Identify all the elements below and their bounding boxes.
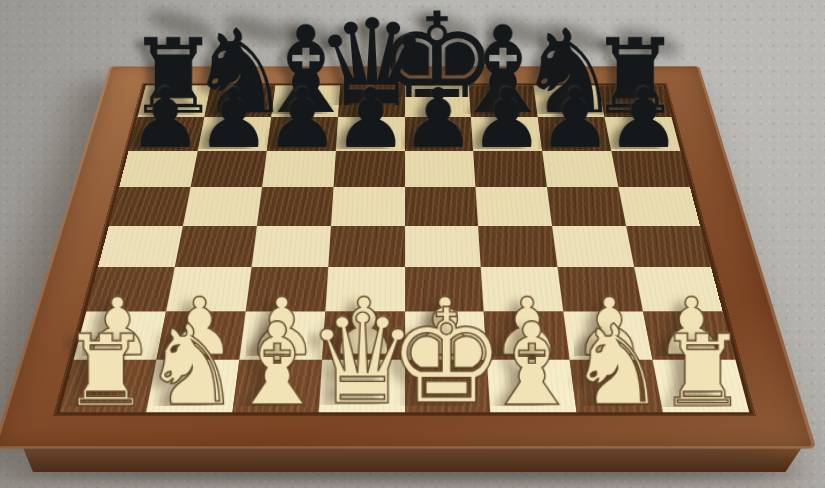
square-e7[interactable]: ♟ xyxy=(405,117,474,151)
square-g6[interactable] xyxy=(542,151,618,187)
square-a5[interactable] xyxy=(109,187,191,226)
chess-board: ♜♞♝♛♚♝♞♜♟♟♟♟♟♟♟♟♟♟♟♟♟♟♟♟♜♞♝♛♚♝♞♜ xyxy=(60,85,749,412)
square-h6[interactable] xyxy=(611,151,689,187)
square-b5[interactable] xyxy=(183,187,262,226)
piece-black-pawn-c7[interactable]: ♟ xyxy=(265,77,339,159)
piece-black-pawn-d7[interactable]: ♟ xyxy=(333,77,407,159)
square-d6[interactable] xyxy=(333,151,404,187)
square-h1[interactable]: ♜ xyxy=(653,360,750,412)
piece-black-pawn-g7[interactable]: ♟ xyxy=(538,77,612,159)
square-h4[interactable] xyxy=(626,226,711,267)
square-a6[interactable] xyxy=(119,151,197,187)
board-frame: ♜♞♝♛♚♝♞♜♟♟♟♟♟♟♟♟♟♟♟♟♟♟♟♟♜♞♝♛♚♝♞♜ xyxy=(0,66,816,449)
square-b7[interactable]: ♟ xyxy=(198,117,271,151)
piece-black-pawn-f7[interactable]: ♟ xyxy=(470,77,544,159)
square-b4[interactable] xyxy=(175,226,257,267)
square-c4[interactable] xyxy=(251,226,330,267)
piece-black-pawn-a7[interactable]: ♟ xyxy=(128,77,202,159)
square-g7[interactable]: ♟ xyxy=(538,117,611,151)
square-f7[interactable]: ♟ xyxy=(471,117,542,151)
square-f5[interactable] xyxy=(476,187,552,226)
piece-white-rook-h1[interactable]: ♜ xyxy=(658,321,747,420)
square-g4[interactable] xyxy=(552,226,634,267)
square-f1[interactable]: ♝ xyxy=(487,360,577,412)
piece-white-knight-g1[interactable]: ♞ xyxy=(568,311,667,422)
square-g1[interactable]: ♞ xyxy=(570,360,663,412)
square-f6[interactable] xyxy=(473,151,547,187)
piece-black-pawn-b7[interactable]: ♟ xyxy=(197,77,271,159)
square-d5[interactable] xyxy=(331,187,405,226)
square-a7[interactable]: ♟ xyxy=(129,117,205,151)
piece-white-rook-a1[interactable]: ♜ xyxy=(62,321,151,420)
square-c7[interactable]: ♟ xyxy=(267,117,338,151)
square-f4[interactable] xyxy=(478,226,557,267)
square-b1[interactable]: ♞ xyxy=(146,360,239,412)
square-a1[interactable]: ♜ xyxy=(60,360,157,412)
square-c6[interactable] xyxy=(262,151,336,187)
piece-black-pawn-h7[interactable]: ♟ xyxy=(607,77,681,159)
square-g5[interactable] xyxy=(547,187,626,226)
piece-white-knight-b1[interactable]: ♞ xyxy=(142,311,241,422)
square-d1[interactable]: ♛ xyxy=(318,360,404,412)
square-e4[interactable] xyxy=(405,226,482,267)
square-h7[interactable]: ♟ xyxy=(605,117,681,151)
square-c1[interactable]: ♝ xyxy=(232,360,322,412)
square-d7[interactable]: ♟ xyxy=(336,117,405,151)
square-b6[interactable] xyxy=(191,151,267,187)
chess-scene: ♜♞♝♛♚♝♞♜♟♟♟♟♟♟♟♟♟♟♟♟♟♟♟♟♜♞♝♛♚♝♞♜ xyxy=(0,0,825,488)
square-c5[interactable] xyxy=(257,187,333,226)
square-d4[interactable] xyxy=(328,226,405,267)
piece-black-pawn-e7[interactable]: ♟ xyxy=(402,77,476,159)
square-e5[interactable] xyxy=(405,187,479,226)
square-a4[interactable] xyxy=(98,226,183,267)
square-e6[interactable] xyxy=(405,151,476,187)
square-h5[interactable] xyxy=(618,187,700,226)
